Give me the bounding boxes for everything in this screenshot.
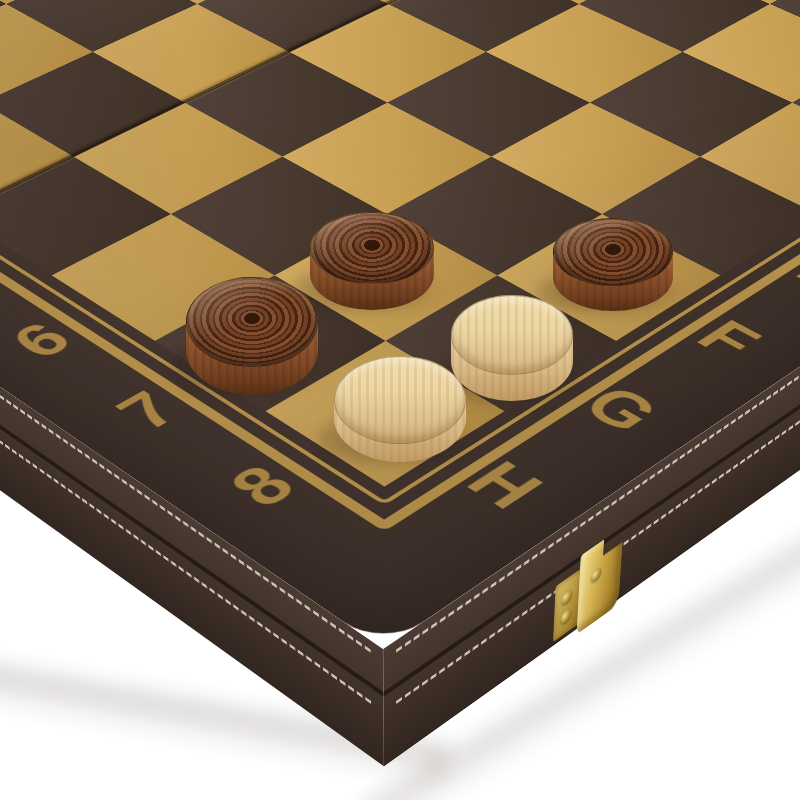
square-c8[interactable] [792,52,800,157]
square-d5[interactable] [388,0,579,52]
board-box: 12345678 HGFEDCBA [0,0,800,649]
square-c6[interactable] [579,0,770,52]
checker-light-g8[interactable] [451,295,573,401]
checker-top-rings [334,356,466,444]
checker-dark-h7[interactable] [186,277,318,395]
rank-label-6: 6 [0,275,155,408]
checker-dark-g7[interactable] [310,212,434,310]
square-f5[interactable] [185,52,388,157]
square-e7[interactable] [491,103,700,214]
checker-light-h8[interactable] [334,356,466,462]
checker-top-rings [310,212,434,284]
checker-top-rings [451,295,573,375]
square-e5[interactable] [289,4,486,103]
checker-top-rings [553,218,673,286]
square-f4[interactable] [93,4,290,103]
rank-label-5: 5 [0,214,52,338]
photo-stage: 12345678 HGFEDCBA [0,0,800,800]
square-g5[interactable] [74,103,283,214]
square-d8[interactable] [700,103,800,214]
square-e6[interactable] [387,52,590,157]
square-f6[interactable] [282,103,491,214]
latch-flap [577,526,624,634]
square-g3[interactable] [0,4,93,103]
brass-latch [552,525,625,657]
square-h5[interactable] [0,157,171,276]
square-b7[interactable] [770,0,800,52]
square-h4[interactable] [0,103,74,214]
square-e4[interactable] [197,0,388,52]
square-g2[interactable] [0,0,6,52]
checker-top-rings [186,277,318,367]
file-label-E: E [720,214,800,338]
square-c7[interactable] [682,4,800,103]
square-g4[interactable] [0,52,185,157]
square-f3[interactable] [6,0,197,52]
square-d6[interactable] [486,4,683,103]
square-d7[interactable] [590,52,793,157]
latch-plate [553,568,582,642]
